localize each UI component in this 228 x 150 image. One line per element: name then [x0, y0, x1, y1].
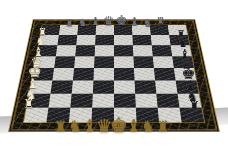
- silver-knight[interactable]: ♞: [143, 16, 152, 26]
- gold-rook[interactable]: ♜: [156, 120, 169, 134]
- silver-king[interactable]: ♚: [115, 14, 127, 28]
- gold-rook[interactable]: ♜: [54, 120, 67, 134]
- silver-queen[interactable]: ♛: [103, 15, 114, 27]
- white-rook[interactable]: ♜: [23, 99, 34, 111]
- gold-bishop[interactable]: ♝: [82, 118, 97, 134]
- pieces-layer: ♜♞♝♛♚♝♞♜♜♞♝♛♚♝♞♜♜♞♝♛♚♝♞♜♜♞♝♛♚♝♞♜: [0, 0, 228, 150]
- silver-bishop[interactable]: ♝: [91, 16, 101, 27]
- gold-knight[interactable]: ♞: [141, 119, 155, 134]
- gold-bishop[interactable]: ♝: [126, 118, 141, 134]
- product-photo: ♜♞♝♛♚♝♞♜♜♞♝♛♚♝♞♜♜♞♝♛♚♝♞♜♜♞♝♛♚♝♞♜: [0, 0, 228, 150]
- gold-knight[interactable]: ♞: [68, 119, 82, 134]
- silver-rook[interactable]: ♜: [65, 18, 73, 27]
- silver-rook[interactable]: ♜: [156, 17, 164, 26]
- silver-bishop[interactable]: ♝: [130, 16, 140, 27]
- silver-knight[interactable]: ♞: [78, 17, 87, 27]
- black-rook[interactable]: ♜: [189, 101, 200, 113]
